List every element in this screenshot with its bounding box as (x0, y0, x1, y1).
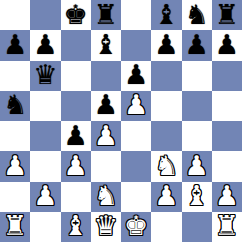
square-e1[interactable]: ♚ (121, 212, 151, 242)
square-a5[interactable]: ♞ (0, 91, 30, 121)
square-a7[interactable]: ♟ (0, 30, 30, 60)
black-pawn[interactable]: ♟ (154, 31, 178, 58)
black-pawn[interactable]: ♟ (3, 31, 27, 58)
white-queen[interactable]: ♛ (94, 212, 118, 239)
square-e8[interactable] (121, 0, 151, 30)
square-h4[interactable] (212, 121, 242, 151)
black-queen[interactable]: ♛ (33, 61, 57, 88)
square-f5[interactable] (151, 91, 181, 121)
square-b4[interactable] (30, 121, 60, 151)
black-pawn[interactable]: ♟ (64, 122, 88, 149)
white-bishop[interactable]: ♝ (64, 212, 88, 239)
square-d1[interactable]: ♛ (91, 212, 121, 242)
white-pawn[interactable]: ♟ (3, 152, 27, 179)
black-knight[interactable]: ♞ (3, 91, 27, 118)
white-pawn[interactable]: ♟ (33, 182, 57, 209)
square-c6[interactable] (61, 61, 91, 91)
square-b7[interactable]: ♟ (30, 30, 60, 60)
square-h3[interactable] (212, 151, 242, 181)
square-g6[interactable] (182, 61, 212, 91)
square-g7[interactable]: ♟ (182, 30, 212, 60)
square-c1[interactable]: ♝ (61, 212, 91, 242)
black-rook[interactable]: ♜ (94, 1, 118, 28)
square-d4[interactable]: ♟ (91, 121, 121, 151)
square-e7[interactable] (121, 30, 151, 60)
square-b1[interactable] (30, 212, 60, 242)
square-a4[interactable] (0, 121, 30, 151)
black-pawn[interactable]: ♟ (33, 31, 57, 58)
chess-board: ♚♜♝♞♜♟♟♝♟♟♟♛♟♞♟♟♟♟♟♟♞♟♟♞♟♝♟♜♝♛♚♜ (0, 0, 242, 242)
white-rook[interactable]: ♜ (3, 212, 27, 239)
square-b5[interactable] (30, 91, 60, 121)
square-f7[interactable]: ♟ (151, 30, 181, 60)
square-h5[interactable] (212, 91, 242, 121)
square-d3[interactable] (91, 151, 121, 181)
square-g8[interactable]: ♞ (182, 0, 212, 30)
square-a3[interactable]: ♟ (0, 151, 30, 181)
square-e6[interactable]: ♟ (121, 61, 151, 91)
square-d2[interactable]: ♞ (91, 182, 121, 212)
square-c2[interactable] (61, 182, 91, 212)
square-f4[interactable] (151, 121, 181, 151)
square-h2[interactable]: ♟ (212, 182, 242, 212)
square-e2[interactable] (121, 182, 151, 212)
black-king[interactable]: ♚ (64, 1, 88, 28)
square-d8[interactable]: ♜ (91, 0, 121, 30)
square-c3[interactable]: ♟ (61, 151, 91, 181)
black-pawn[interactable]: ♟ (185, 31, 209, 58)
square-b6[interactable]: ♛ (30, 61, 60, 91)
square-h6[interactable] (212, 61, 242, 91)
square-f2[interactable]: ♟ (151, 182, 181, 212)
square-h1[interactable]: ♜ (212, 212, 242, 242)
square-h8[interactable]: ♜ (212, 0, 242, 30)
square-a8[interactable] (0, 0, 30, 30)
square-f1[interactable] (151, 212, 181, 242)
square-g5[interactable] (182, 91, 212, 121)
square-f8[interactable]: ♝ (151, 0, 181, 30)
white-pawn[interactable]: ♟ (94, 122, 118, 149)
white-king[interactable]: ♚ (124, 212, 148, 239)
white-knight[interactable]: ♞ (154, 152, 178, 179)
square-b2[interactable]: ♟ (30, 182, 60, 212)
black-bishop[interactable]: ♝ (154, 1, 178, 28)
black-pawn[interactable]: ♟ (94, 91, 118, 118)
square-f6[interactable] (151, 61, 181, 91)
square-c7[interactable] (61, 30, 91, 60)
black-rook[interactable]: ♜ (215, 1, 239, 28)
white-pawn[interactable]: ♟ (215, 182, 239, 209)
black-pawn[interactable]: ♟ (215, 31, 239, 58)
square-c8[interactable]: ♚ (61, 0, 91, 30)
white-rook[interactable]: ♜ (215, 212, 239, 239)
square-c4[interactable]: ♟ (61, 121, 91, 151)
square-c5[interactable] (61, 91, 91, 121)
square-e3[interactable] (121, 151, 151, 181)
square-e4[interactable] (121, 121, 151, 151)
black-pawn[interactable]: ♟ (124, 61, 148, 88)
white-pawn[interactable]: ♟ (185, 152, 209, 179)
square-f3[interactable]: ♞ (151, 151, 181, 181)
square-d6[interactable] (91, 61, 121, 91)
square-g1[interactable] (182, 212, 212, 242)
square-a1[interactable]: ♜ (0, 212, 30, 242)
white-knight[interactable]: ♞ (94, 182, 118, 209)
square-e5[interactable]: ♟ (121, 91, 151, 121)
white-pawn[interactable]: ♟ (124, 91, 148, 118)
square-g3[interactable]: ♟ (182, 151, 212, 181)
square-h7[interactable]: ♟ (212, 30, 242, 60)
square-a6[interactable] (0, 61, 30, 91)
square-b3[interactable] (30, 151, 60, 181)
black-bishop[interactable]: ♝ (94, 31, 118, 58)
white-pawn[interactable]: ♟ (64, 152, 88, 179)
square-g2[interactable]: ♝ (182, 182, 212, 212)
square-d5[interactable]: ♟ (91, 91, 121, 121)
square-d7[interactable]: ♝ (91, 30, 121, 60)
square-a2[interactable] (0, 182, 30, 212)
black-knight[interactable]: ♞ (185, 1, 209, 28)
square-g4[interactable] (182, 121, 212, 151)
white-pawn[interactable]: ♟ (154, 182, 178, 209)
square-b8[interactable] (30, 0, 60, 30)
white-bishop[interactable]: ♝ (185, 182, 209, 209)
